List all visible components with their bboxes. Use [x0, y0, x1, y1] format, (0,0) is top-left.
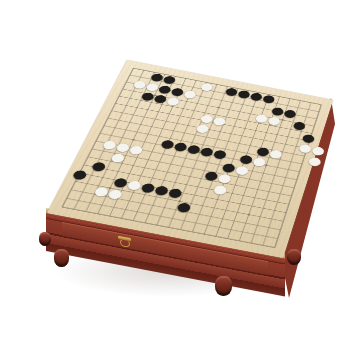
white-stone: ● — [182, 88, 199, 100]
white-stone: ● — [268, 147, 285, 160]
black-stone: ● — [175, 200, 193, 214]
black-stone: ● — [149, 71, 166, 83]
white-stone: ● — [114, 140, 132, 153]
white-stone: ● — [101, 138, 120, 151]
white-stone: ● — [165, 95, 182, 107]
white-stone: ● — [109, 151, 128, 164]
white-stone: ● — [254, 112, 270, 124]
black-stone: ● — [166, 186, 184, 200]
foot-back-left — [39, 232, 51, 246]
black-stone: ● — [301, 132, 317, 145]
black-stone: ● — [224, 86, 240, 98]
white-stone: ● — [106, 187, 125, 201]
white-stone: ● — [199, 81, 216, 93]
black-stone: ● — [220, 161, 237, 174]
white-stone: ● — [212, 182, 230, 196]
black-stone: ● — [152, 93, 169, 105]
black-stone: ● — [249, 90, 265, 102]
black-stone: ● — [255, 145, 272, 158]
black-stone: ● — [159, 137, 177, 150]
white-stone: ● — [144, 81, 161, 93]
black-stone: ● — [212, 147, 229, 160]
black-stone: ● — [238, 153, 255, 166]
white-stone: ● — [211, 114, 228, 126]
black-stone: ● — [198, 145, 215, 158]
foot-front-right — [215, 276, 232, 296]
white-stone: ● — [199, 112, 216, 124]
black-stone: ● — [90, 159, 109, 173]
black-stone: ● — [185, 142, 203, 155]
black-stone: ● — [112, 175, 131, 189]
white-stone: ● — [194, 122, 211, 135]
product-photo: ●●●●●●●●●●●●●●●●●●●●●●●●●●●●●●●●●●●●●●●●… — [0, 0, 360, 360]
black-stone: ● — [169, 85, 186, 97]
white-stone: ● — [125, 178, 144, 192]
white-stone: ● — [131, 78, 148, 90]
white-stone: ● — [251, 155, 268, 168]
black-stone: ● — [261, 93, 277, 105]
black-stone: ● — [139, 90, 156, 102]
white-stone: ● — [297, 142, 313, 155]
white-stone: ● — [92, 184, 111, 198]
drawer-handle — [118, 236, 131, 248]
white-stone: ● — [234, 163, 251, 176]
black-stone: ● — [236, 88, 252, 100]
black-stone: ● — [139, 181, 158, 195]
black-stone: ● — [153, 183, 172, 197]
black-stone: ● — [161, 74, 178, 86]
black-stone: ● — [270, 105, 286, 117]
black-stone: ● — [203, 169, 221, 183]
white-stone: ● — [216, 171, 234, 185]
black-stone: ● — [157, 83, 174, 95]
white-stone: ● — [127, 143, 145, 156]
black-stone: ● — [282, 107, 298, 119]
black-stone: ● — [172, 140, 190, 153]
foot-front-left — [54, 249, 69, 267]
foot-back-right — [287, 249, 301, 265]
white-stone: ● — [266, 114, 282, 126]
black-stone: ● — [291, 119, 307, 131]
